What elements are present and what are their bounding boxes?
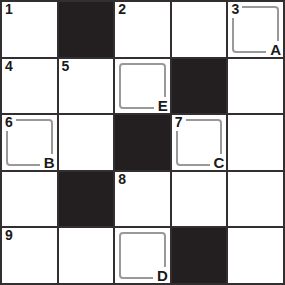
clue-number: 4 <box>3 59 16 75</box>
white-cell-r3c4[interactable] <box>228 172 283 227</box>
clue-number: 3 <box>229 2 242 18</box>
white-cell-r3c0[interactable] <box>2 172 57 227</box>
marker-letter: A <box>266 41 282 57</box>
white-cell-r0c0[interactable]: 1 <box>2 2 57 57</box>
clue-number: 1 <box>3 2 16 18</box>
white-cell-r3c3[interactable] <box>172 172 227 227</box>
clue-number: 5 <box>60 59 73 75</box>
white-cell-r1c4[interactable] <box>228 59 283 114</box>
block-cell-r4c3 <box>172 228 227 283</box>
clue-number: 7 <box>173 115 186 131</box>
white-cell-r4c1[interactable] <box>59 228 114 283</box>
clue-number: 8 <box>116 172 129 188</box>
white-cell-r4c0[interactable]: 9 <box>2 228 57 283</box>
white-cell-r2c1[interactable] <box>59 115 114 170</box>
clue-number: 6 <box>3 115 16 131</box>
block-cell-r3c1 <box>59 172 114 227</box>
marker-letter: C <box>210 154 226 170</box>
block-cell-r0c1 <box>59 2 114 57</box>
white-cell-r4c2[interactable]: D <box>115 228 170 283</box>
white-cell-r2c3[interactable]: C7 <box>172 115 227 170</box>
white-cell-r2c4[interactable] <box>228 115 283 170</box>
clue-number: 9 <box>3 228 16 244</box>
marker-letter: B <box>40 154 56 170</box>
white-cell-r1c2[interactable]: E <box>115 59 170 114</box>
white-cell-r0c4[interactable]: A3 <box>228 2 283 57</box>
block-cell-r2c2 <box>115 115 170 170</box>
marker-letter: E <box>154 97 169 113</box>
white-cell-r0c3[interactable] <box>172 2 227 57</box>
white-cell-r2c0[interactable]: B6 <box>2 115 57 170</box>
clue-number: 2 <box>116 2 129 18</box>
white-cell-r1c1[interactable]: 5 <box>59 59 114 114</box>
white-cell-r0c2[interactable]: 2 <box>115 2 170 57</box>
crossword-board: 12A345EB6C789D <box>0 0 285 285</box>
white-cell-r3c2[interactable]: 8 <box>115 172 170 227</box>
marker-letter: D <box>153 267 169 283</box>
block-cell-r1c3 <box>172 59 227 114</box>
white-cell-r4c4[interactable] <box>228 228 283 283</box>
white-cell-r1c0[interactable]: 4 <box>2 59 57 114</box>
